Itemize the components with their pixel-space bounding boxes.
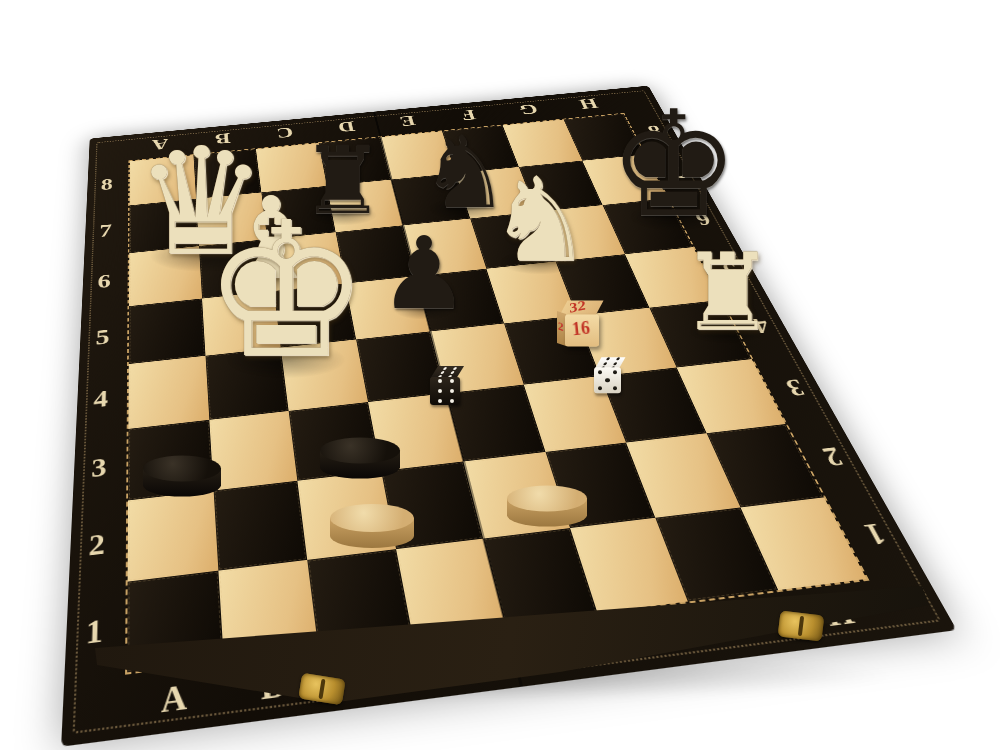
black-die-d4[interactable] <box>430 366 462 406</box>
white-rook-h4[interactable]: ♜ <box>679 240 774 346</box>
black-king-h8[interactable]: ♚ <box>609 91 740 237</box>
white-checker-e1[interactable] <box>507 485 587 526</box>
white-checker-c1[interactable] <box>330 504 414 548</box>
white-die-f4[interactable] <box>594 357 624 393</box>
photo-scene: ABCDEFGH ABCDEFGH 87654321 87654321 ♛♝♚♞… <box>0 0 1000 750</box>
piece-layer: ♛♝♚♞♜♜♞♚♟32216 <box>0 0 1000 750</box>
black-pawn-d5[interactable]: ♟ <box>379 224 469 324</box>
black-rook-c8[interactable]: ♜ <box>301 134 385 228</box>
black-knight-e8[interactable]: ♞ <box>420 123 510 223</box>
wooden-number-cube-f5[interactable]: 32216 <box>557 301 603 351</box>
black-checker-c2[interactable] <box>320 437 400 478</box>
black-checker-a2[interactable] <box>143 455 221 496</box>
